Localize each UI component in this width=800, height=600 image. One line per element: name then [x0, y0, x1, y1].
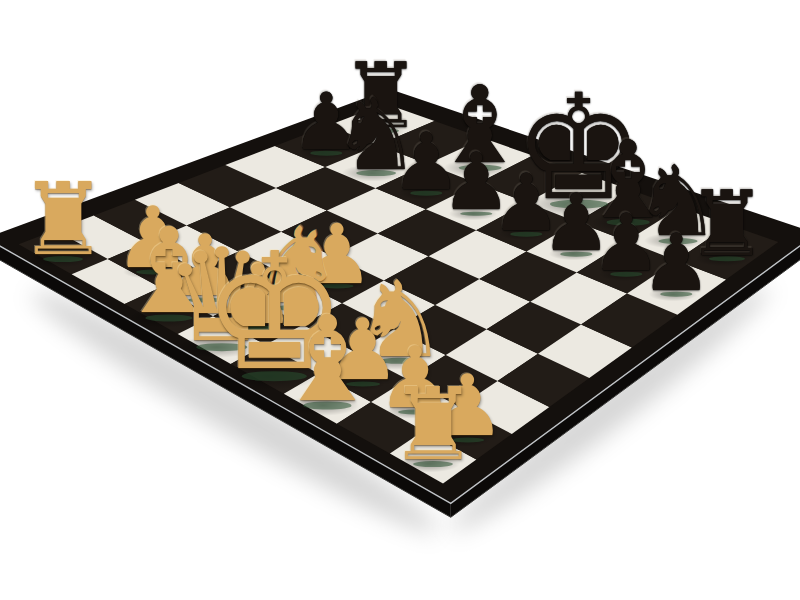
chessboard-photo: ♜♟♝♞♟♚♟♝♟♞♟♜♜♟♟♟♟♟♞♝♟♛♞♚♟♝♟♟♜: [0, 0, 800, 600]
chess-board: [0, 0, 800, 600]
